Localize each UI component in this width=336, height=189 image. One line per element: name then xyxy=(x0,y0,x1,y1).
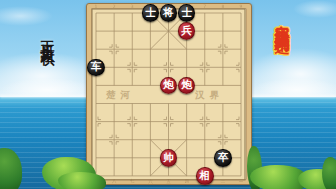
plant-foliage xyxy=(322,157,336,189)
piece-red-cannon[interactable]: 炮 xyxy=(178,77,196,95)
pieces-layer: 士将士兵车炮炮帅卒相 xyxy=(87,4,251,184)
xiangqi-board[interactable]: 123456789九八七六五四三二一 楚河 汉界 士将士兵车炮炮帅卒相 xyxy=(86,3,252,185)
cloud xyxy=(293,0,336,18)
piece-black-chariot[interactable]: 车 xyxy=(87,59,105,77)
plant-foliage xyxy=(58,172,106,189)
piece-black-advisor[interactable]: 士 xyxy=(142,4,160,22)
piece-red-elephant[interactable]: 相 xyxy=(196,167,214,185)
video-thumbnail-scene: 123456789九八七六五四三二一 楚河 汉界 士将士兵车炮炮帅卒相 正哥象棋… xyxy=(0,0,336,189)
piece-black-general[interactable]: 将 xyxy=(160,4,178,22)
series-title: 实用绝妙残局精选 xyxy=(272,13,291,29)
piece-red-soldier[interactable]: 兵 xyxy=(178,22,196,40)
piece-black-soldier[interactable]: 卒 xyxy=(214,149,232,167)
piece-black-advisor[interactable]: 士 xyxy=(178,4,196,22)
channel-title: 正哥象棋 xyxy=(39,29,57,45)
piece-red-cannon[interactable]: 炮 xyxy=(160,77,178,95)
piece-red-general[interactable]: 帅 xyxy=(160,149,178,167)
